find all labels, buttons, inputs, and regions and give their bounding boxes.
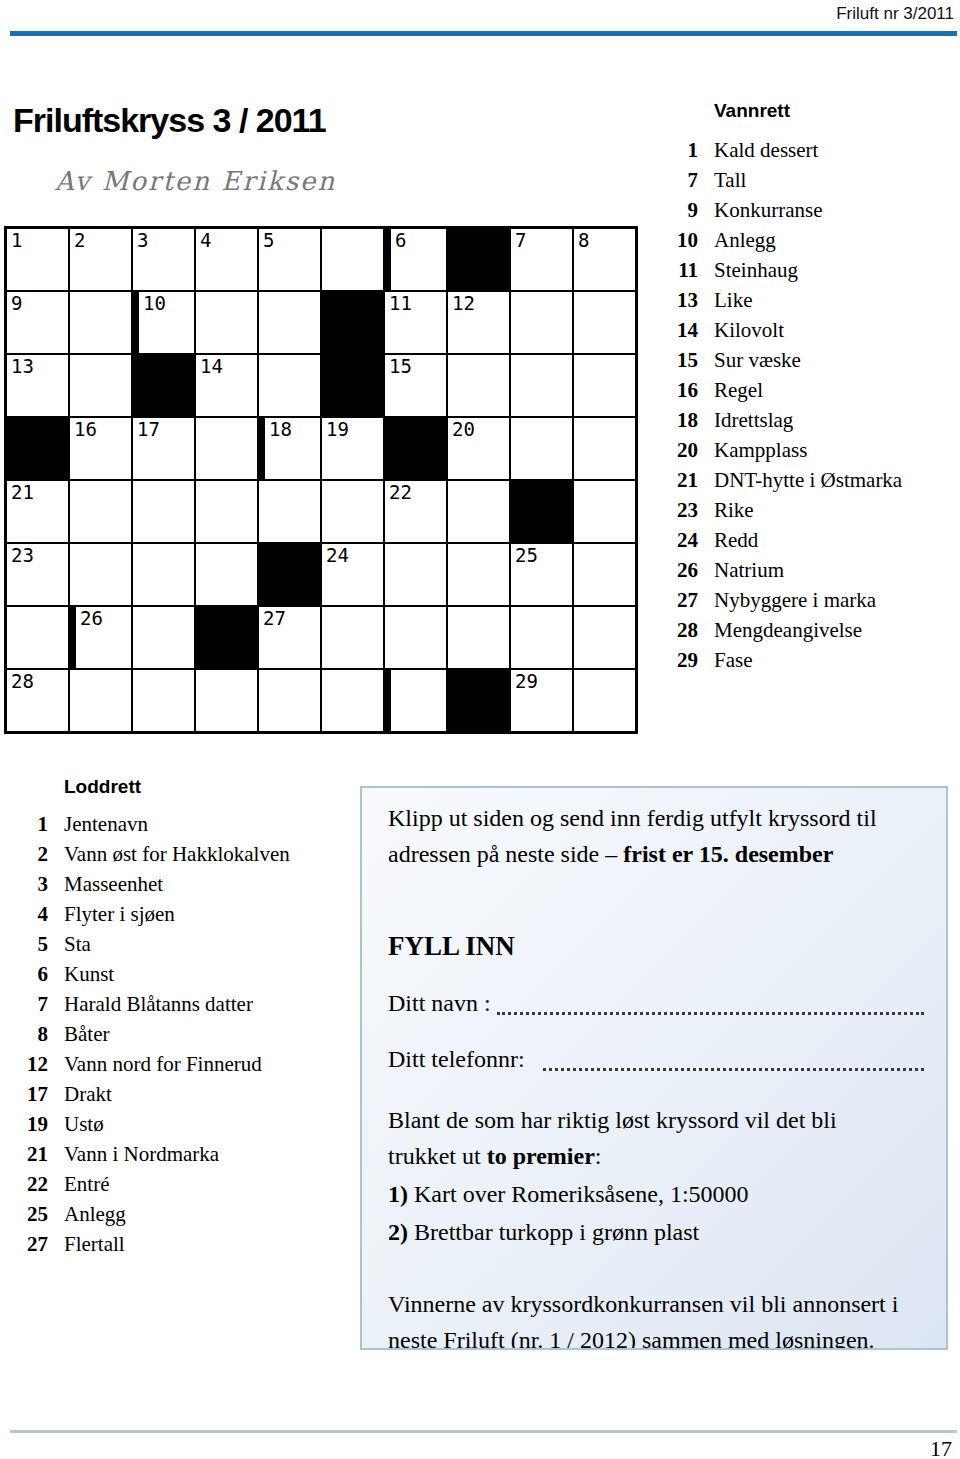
across-heading: Vannrett [714,100,790,122]
cell-r2c5[interactable] [258,291,321,354]
cell-r3c2[interactable] [69,354,132,417]
clue-across-14: 14Kilovolt [650,318,902,348]
clue-down-12: 12Vann nord for Finnerud [4,1052,290,1082]
clue-text: Kilovolt [714,318,784,343]
cell-r7c6[interactable] [321,606,384,669]
clue-number: 1 [650,138,698,163]
magazine-header: Friluft nr 3/2011 [836,4,954,24]
cell-r4c6[interactable]: 19 [321,417,384,480]
cell-r5c7[interactable]: 22 [384,480,447,543]
cell-r3c9[interactable] [510,354,573,417]
cell-r2c10[interactable] [573,291,636,354]
cell-r2c6 [321,291,384,354]
cell-r8c3[interactable] [132,669,195,732]
clue-text: Natrium [714,558,784,583]
cell-r1c2[interactable]: 2 [69,228,132,291]
cell-r2c3[interactable]: 10 [132,291,195,354]
cell-r4c5[interactable]: 18 [258,417,321,480]
cell-r3c10[interactable] [573,354,636,417]
cell-number: 21 [11,483,34,502]
cell-r6c5 [258,543,321,606]
cell-r7c3[interactable] [132,606,195,669]
clue-number: 28 [650,618,698,643]
cell-r6c10[interactable] [573,543,636,606]
clue-number: 18 [650,408,698,433]
cell-r4c9[interactable] [510,417,573,480]
phone-field-label: Ditt telefonnr: [388,1042,525,1076]
cell-number: 9 [11,294,22,313]
clue-down-2: 2Vann øst for Hakklokalven [4,842,290,872]
cell-number: 25 [515,546,538,565]
cell-number: 19 [326,420,349,439]
clue-number: 10 [650,228,698,253]
cell-r4c4[interactable] [195,417,258,480]
across-clue-list: 1Kald dessert7Tall9Konkurranse10Anlegg11… [650,138,902,678]
clue-number: 13 [650,288,698,313]
clue-text: Mengdeangivelse [714,618,862,643]
cell-r2c2[interactable] [69,291,132,354]
cell-r6c9[interactable]: 25 [510,543,573,606]
cell-r1c3[interactable]: 3 [132,228,195,291]
clue-number: 26 [650,558,698,583]
clue-text: Kald dessert [714,138,818,163]
clue-across-10: 10Anlegg [650,228,902,258]
cell-r1c5[interactable]: 5 [258,228,321,291]
cell-number: 15 [389,357,412,376]
cell-r5c10[interactable] [573,480,636,543]
clue-number: 25 [4,1202,48,1227]
cell-number: 5 [263,231,274,250]
phone-field-row: Ditt telefonnr: [388,1042,924,1076]
clue-down-4: 4Flyter i sjøen [4,902,290,932]
clue-number: 14 [650,318,698,343]
clue-across-15: 15Sur væske [650,348,902,378]
cell-number: 23 [11,546,34,565]
cell-r8c6[interactable] [321,669,384,732]
cell-number: 18 [269,420,292,439]
cell-r8c1[interactable]: 28 [6,669,69,732]
clue-down-17: 17Drakt [4,1082,290,1112]
cell-r2c1[interactable]: 9 [6,291,69,354]
clue-text: Redd [714,528,758,553]
clue-text: Tall [714,168,746,193]
clue-text: Flyter i sjøen [64,902,175,927]
phone-input-line[interactable] [543,1068,924,1071]
cell-r7c5[interactable]: 27 [258,606,321,669]
cell-number: 3 [137,231,148,250]
clue-number: 23 [650,498,698,523]
cell-r6c8[interactable] [447,543,510,606]
cell-r8c2[interactable] [69,669,132,732]
cell-r6c7[interactable] [384,543,447,606]
cell-number: 7 [515,231,526,250]
clue-text: Harald Blåtanns datter [64,992,253,1017]
cell-number: 28 [11,672,34,691]
clue-down-1: 1Jentenavn [4,812,290,842]
cell-r3c8[interactable] [447,354,510,417]
clue-text: Drakt [64,1082,112,1107]
clue-number: 24 [650,528,698,553]
clue-across-26: 26Natrium [650,558,902,588]
cell-r8c9[interactable]: 29 [510,669,573,732]
prize-1: 1) Kart over Romeriksåsene, 1:50000 [388,1176,924,1212]
cell-r2c9[interactable] [510,291,573,354]
cell-r6c6[interactable]: 24 [321,543,384,606]
cell-r2c8[interactable]: 12 [447,291,510,354]
clue-down-8: 8Båter [4,1022,290,1052]
clue-text: Steinhaug [714,258,798,283]
cell-r4c1 [6,417,69,480]
byline: Av Morten Eriksen [55,166,336,196]
down-heading: Loddrett [64,776,141,798]
clue-text: Sur væske [714,348,801,373]
clue-number: 21 [650,468,698,493]
cell-r5c1[interactable]: 21 [6,480,69,543]
clue-text: Båter [64,1022,109,1047]
clue-across-1: 1Kald dessert [650,138,902,168]
clue-text: Konkurranse [714,198,822,223]
cell-number: 14 [200,357,223,376]
clue-number: 22 [4,1172,48,1197]
clue-down-27: 27Flertall [4,1232,290,1262]
clue-text: Regel [714,378,763,403]
cell-r1c9[interactable]: 7 [510,228,573,291]
cell-r3c3 [132,354,195,417]
clue-text: Vann øst for Hakklokalven [64,842,290,867]
clue-down-7: 7Harald Blåtanns datter [4,992,290,1022]
cell-r8c10[interactable] [573,669,636,732]
cell-number: 12 [452,294,475,313]
clue-number: 7 [4,992,48,1017]
clue-number: 3 [4,872,48,897]
clue-text: Vann nord for Finnerud [64,1052,262,1077]
cell-r1c8 [447,228,510,291]
clue-across-11: 11Steinhaug [650,258,902,288]
cell-number: 11 [389,294,412,313]
header-rule [10,31,957,36]
cell-r8c5[interactable] [258,669,321,732]
cell-r1c4[interactable]: 4 [195,228,258,291]
clue-text: Jentenavn [64,812,148,837]
clue-across-16: 16Regel [650,378,902,408]
entry-instructions: Klipp ut siden og send inn ferdig utfylt… [388,800,924,872]
clue-down-3: 3Masseenhet [4,872,290,902]
clue-across-28: 28Mengdeangivelse [650,618,902,648]
cell-number: 17 [137,420,160,439]
cell-r5c5[interactable] [258,480,321,543]
clue-number: 12 [4,1052,48,1077]
cell-number: 4 [200,231,211,250]
cell-r5c4[interactable] [195,480,258,543]
clue-text: Kunst [64,962,114,987]
magazine-page: { "page": { "header": "Friluft nr 3/2011… [0,0,960,1459]
cell-r3c1[interactable]: 13 [6,354,69,417]
clue-number: 16 [650,378,698,403]
cell-number: 29 [515,672,538,691]
cell-r3c7[interactable]: 15 [384,354,447,417]
clue-number: 2 [4,842,48,867]
clue-text: Anlegg [714,228,776,253]
clue-down-22: 22Entré [4,1172,290,1202]
cell-r1c6[interactable] [321,228,384,291]
cell-r7c8[interactable] [447,606,510,669]
clue-text: Entré [64,1172,109,1197]
cell-r3c4[interactable]: 14 [195,354,258,417]
cell-r7c10[interactable] [573,606,636,669]
clue-text: DNT-hytte i Østmarka [714,468,902,493]
prize-intro: Blant de som har riktig løst kryssord vi… [388,1102,924,1174]
clue-text: Fase [714,648,753,673]
name-field-row: Ditt navn : [388,986,924,1020]
cell-r1c10[interactable]: 8 [573,228,636,291]
fill-in-heading: FYLL INN [388,928,924,964]
cell-number: 26 [80,609,103,628]
clue-across-29: 29Fase [650,648,902,678]
name-input-line[interactable] [497,1012,924,1015]
cell-number: 22 [389,483,412,502]
clue-number: 19 [4,1112,48,1137]
cell-number: 8 [578,231,589,250]
clue-text: Kampplass [714,438,807,463]
cell-r4c3[interactable]: 17 [132,417,195,480]
clue-text: Rike [714,498,754,523]
cell-r6c3[interactable] [132,543,195,606]
clue-text: Nybyggere i marka [714,588,876,613]
cell-r1c7[interactable]: 6 [384,228,447,291]
cell-r2c4[interactable] [195,291,258,354]
clue-across-7: 7Tall [650,168,902,198]
cell-number: 13 [11,357,34,376]
cell-r5c3[interactable] [132,480,195,543]
clue-number: 6 [4,962,48,987]
cell-r7c2[interactable]: 26 [69,606,132,669]
cell-r8c4[interactable] [195,669,258,732]
cell-r5c8[interactable] [447,480,510,543]
clue-number: 27 [650,588,698,613]
clue-down-19: 19Ustø [4,1112,290,1142]
cell-number: 20 [452,420,475,439]
cell-r3c5[interactable] [258,354,321,417]
clue-number: 9 [650,198,698,223]
clue-number: 21 [4,1142,48,1167]
clue-text: Like [714,288,752,313]
clue-number: 17 [4,1082,48,1107]
winner-announcement: Vinnerne av kryssordkonkurransen vil bli… [388,1286,924,1350]
cell-r4c8[interactable]: 20 [447,417,510,480]
clue-across-9: 9Konkurranse [650,198,902,228]
clue-across-20: 20Kampplass [650,438,902,468]
clue-number: 29 [650,648,698,673]
cell-r4c2[interactable]: 16 [69,417,132,480]
name-field-label: Ditt navn : [388,986,491,1020]
cell-r1c1[interactable]: 1 [6,228,69,291]
clue-across-21: 21DNT-hytte i Østmarka [650,468,902,498]
clue-number: 15 [650,348,698,373]
cell-number: 2 [74,231,85,250]
page-number: 17 [930,1436,952,1459]
cell-r7c1[interactable] [6,606,69,669]
clue-text: Vann i Nordmarka [64,1142,219,1167]
clue-down-21: 21Vann i Nordmarka [4,1142,290,1172]
crossword-grid: 1234567891011121314151617181920212223242… [4,226,638,734]
cell-r5c2[interactable] [69,480,132,543]
clue-text: Idrettslag [714,408,793,433]
cell-r8c8 [447,669,510,732]
clue-text: Masseenhet [64,872,163,897]
clue-text: Sta [64,932,91,957]
clue-text: Ustø [64,1112,104,1137]
clue-number: 5 [4,932,48,957]
cell-r5c6[interactable] [321,480,384,543]
clue-number: 20 [650,438,698,463]
clue-number: 27 [4,1232,48,1257]
cell-r6c2[interactable] [69,543,132,606]
clue-number: 11 [650,258,698,283]
clue-number: 4 [4,902,48,927]
cell-number: 1 [11,231,22,250]
cell-r6c1[interactable]: 23 [6,543,69,606]
clue-down-5: 5Sta [4,932,290,962]
clue-number: 7 [650,168,698,193]
clue-across-23: 23Rike [650,498,902,528]
cell-number: 10 [143,294,166,313]
page-title: Friluftskryss 3 / 2011 [13,101,326,140]
cell-r2c7[interactable]: 11 [384,291,447,354]
clue-down-6: 6Kunst [4,962,290,992]
prize-2: 2) Brettbar turkopp i grønn plast [388,1214,924,1250]
clue-down-25: 25Anlegg [4,1202,290,1232]
clue-number: 8 [4,1022,48,1047]
cell-r4c7 [384,417,447,480]
clue-number: 1 [4,812,48,837]
footer-rule [10,1430,957,1433]
cell-r3c6 [321,354,384,417]
cell-r6c4[interactable] [195,543,258,606]
cell-r7c4 [195,606,258,669]
cell-number: 16 [74,420,97,439]
clue-across-18: 18Idrettslag [650,408,902,438]
cell-number: 6 [395,231,406,250]
down-clue-list: 1Jentenavn2Vann øst for Hakklokalven3Mas… [4,812,290,1262]
clue-text: Flertall [64,1232,125,1257]
cell-r4c10[interactable] [573,417,636,480]
cell-number: 27 [263,609,286,628]
entry-box: Klipp ut siden og send inn ferdig utfylt… [360,786,948,1350]
cell-r7c9[interactable] [510,606,573,669]
clue-across-13: 13Like [650,288,902,318]
cell-r7c7[interactable] [384,606,447,669]
cell-number: 24 [326,546,349,565]
clue-text: Anlegg [64,1202,126,1227]
clue-across-27: 27Nybyggere i marka [650,588,902,618]
cell-r5c9 [510,480,573,543]
cell-r8c7[interactable] [384,669,447,732]
clue-across-24: 24Redd [650,528,902,558]
